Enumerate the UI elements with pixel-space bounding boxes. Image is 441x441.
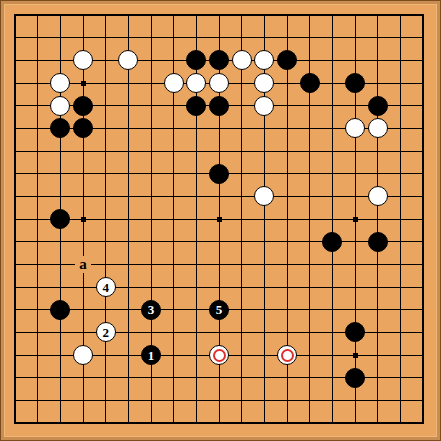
stone-black [345,73,365,93]
grid-line-vertical [400,15,401,423]
stone-black [50,300,70,320]
stone-white-circle-marked [277,345,297,365]
grid-line-horizontal [15,287,423,288]
stone-black-move-3: 3 [141,300,161,320]
point-label-a: a [75,256,91,273]
stone-black [300,73,320,93]
stone-white [368,118,388,138]
star-point [81,81,86,86]
stone-black [368,96,388,116]
grid-line-horizontal [15,241,423,242]
stone-black [209,96,229,116]
stone-black [345,368,365,388]
star-point [353,353,358,358]
move-number-label: 2 [102,326,109,339]
stone-white [232,50,252,70]
circle-mark-icon [281,349,294,362]
grid-line-vertical [377,15,378,423]
star-point [81,217,86,222]
stone-white-circle-marked [209,345,229,365]
move-number-label: 1 [148,349,155,362]
stone-black [209,164,229,184]
stone-white-move-4: 4 [96,277,116,297]
stone-black-move-1: 1 [141,345,161,365]
stone-black [186,96,206,116]
move-number-label: 3 [148,303,155,316]
go-board: 42351 a [0,0,441,441]
grid-line-vertical [241,15,242,423]
stone-black [73,96,93,116]
stone-white [254,96,274,116]
stone-black [322,232,342,252]
stone-white [209,73,229,93]
star-point [217,217,222,222]
star-point [353,217,358,222]
stone-black [368,232,388,252]
move-number-label: 4 [102,281,109,294]
move-number-label: 5 [216,303,223,316]
stone-white [368,186,388,206]
stone-white [164,73,184,93]
grid-line-horizontal [15,400,423,401]
stone-white-move-2: 2 [96,322,116,342]
stone-black-move-5: 5 [209,300,229,320]
circle-mark-icon [213,349,226,362]
stone-white [73,345,93,365]
stone-white [50,96,70,116]
grid-line-vertical [332,15,333,423]
